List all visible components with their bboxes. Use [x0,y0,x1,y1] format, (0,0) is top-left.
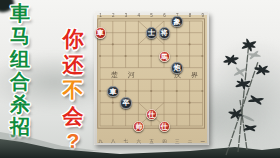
top-file-numbers: 123456789 [94,13,209,18]
file-number-label: 五 [145,138,158,145]
piece-character: 将 [161,30,168,37]
piece-character: 帅 [135,123,142,130]
piece-character: 車 [110,88,117,95]
piece-black-general[interactable]: 将 [159,27,171,39]
pieces-layer: 象車士将馬炮車卒仕帅仕 [100,21,202,126]
file-number-label: 3 [120,13,133,18]
subtitle-char: 不 [56,77,90,103]
file-number-label: 2 [107,13,120,18]
piece-black-chariot[interactable]: 車 [107,86,119,98]
thumbnail-stage: 車马组合杀招 你还不会? [0,0,280,158]
piece-red-chariot[interactable]: 車 [95,27,107,39]
file-number-label: 二 [183,138,196,145]
subtitle-char: 会 [56,103,90,129]
piece-character: 象 [174,18,181,25]
piece-character: 仕 [161,123,168,130]
subtitle: 你还不会? [56,26,90,154]
bottom-file-numbers: 九八七六五四三二一 [94,138,209,145]
file-number-label: 八 [107,138,120,145]
file-number-label: 一 [196,138,209,145]
title-char: 马 [6,25,34,48]
file-number-label: 6 [158,13,171,18]
main-title: 車马组合杀招 [6,2,34,139]
subtitle-char: 还 [56,52,90,78]
piece-character: 士 [148,30,155,37]
piece-red-advisor[interactable]: 仕 [159,121,171,133]
title-char: 車 [6,2,34,25]
piece-black-soldier[interactable]: 卒 [120,97,132,109]
title-char: 杀 [6,93,34,116]
piece-character: 車 [97,30,104,37]
piece-red-horse[interactable]: 馬 [159,51,171,63]
piece-black-elephant[interactable]: 象 [171,16,183,28]
piece-character: 炮 [174,65,181,72]
title-char: 招 [6,116,34,139]
title-char: 组 [6,48,34,71]
piece-character: 馬 [161,53,168,60]
xiangqi-board: 123456789 九八七六五四三二一 楚 河 汉 界 象車士将馬炮車卒仕帅仕 [94,12,209,145]
file-number-label: 九 [94,138,107,145]
file-number-label: 8 [183,13,196,18]
piece-black-cannon[interactable]: 炮 [171,62,183,74]
mist-mountain [200,40,280,158]
piece-red-advisor[interactable]: 仕 [146,109,158,121]
piece-black-advisor[interactable]: 士 [146,27,158,39]
file-number-label: 9 [196,13,209,18]
file-number-label: 四 [158,138,171,145]
subtitle-char: 你 [56,26,90,52]
file-number-label: 4 [132,13,145,18]
file-number-label: 1 [94,13,107,18]
subtitle-char: ? [56,128,90,154]
piece-character: 仕 [148,111,155,118]
file-number-label: 三 [171,138,184,145]
piece-character: 卒 [122,100,129,107]
file-number-label: 七 [120,138,133,145]
file-number-label: 5 [145,13,158,18]
file-number-label: 六 [132,138,145,145]
title-char: 合 [6,70,34,93]
